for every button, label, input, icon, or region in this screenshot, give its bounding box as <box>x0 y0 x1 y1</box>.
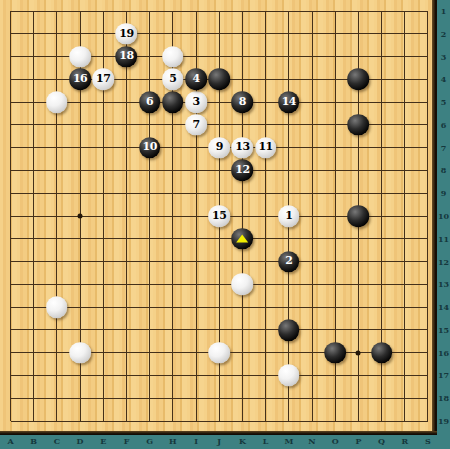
star-point <box>356 350 361 355</box>
move-number: 17 <box>96 74 110 85</box>
stone-white-move-5[interactable]: 5 <box>162 69 184 91</box>
stone-black-move-18[interactable]: 18 <box>116 46 138 68</box>
row-label: 2 <box>437 28 450 40</box>
row-label: 5 <box>437 96 450 108</box>
row-label: 17 <box>437 369 450 381</box>
stone-black-move-12[interactable]: 12 <box>232 160 254 182</box>
grid-line-horizontal <box>11 238 428 239</box>
grid-line-horizontal <box>11 421 428 422</box>
column-label: B <box>26 434 42 449</box>
column-label: K <box>234 434 250 449</box>
row-label: 13 <box>437 278 450 290</box>
move-number: 13 <box>235 142 249 153</box>
stone-white-move-9[interactable]: 9 <box>208 137 230 159</box>
stone-white-setup[interactable] <box>278 365 300 387</box>
column-label: S <box>420 434 436 449</box>
column-label: H <box>165 434 181 449</box>
column-label: R <box>397 434 413 449</box>
row-label: 6 <box>437 119 450 131</box>
column-label: D <box>72 434 88 449</box>
move-number: 10 <box>143 142 157 153</box>
stone-black-move-8[interactable]: 8 <box>232 91 254 113</box>
move-number: 16 <box>73 74 87 85</box>
stone-black-move-2[interactable]: 2 <box>278 251 300 273</box>
move-number: 6 <box>146 96 153 107</box>
grid-line-vertical <box>312 11 313 421</box>
move-number: 15 <box>212 210 226 221</box>
stone-black-move-16[interactable]: 16 <box>69 69 91 91</box>
triangle-marker-icon <box>236 234 248 242</box>
grid-line-vertical <box>427 11 428 421</box>
row-label: 12 <box>437 256 450 268</box>
row-label: 8 <box>437 164 450 176</box>
grid-line-horizontal <box>11 398 428 399</box>
column-label: E <box>95 434 111 449</box>
stone-white-setup[interactable] <box>208 342 230 364</box>
move-number: 3 <box>192 96 199 107</box>
row-label: 3 <box>437 51 450 63</box>
move-number: 18 <box>119 51 133 62</box>
grid-line-horizontal <box>11 329 428 330</box>
row-label: 1 <box>437 5 450 17</box>
column-label: I <box>188 434 204 449</box>
column-label: C <box>49 434 65 449</box>
move-number: 9 <box>216 142 223 153</box>
stone-white-move-13[interactable]: 13 <box>232 137 254 159</box>
move-number: 11 <box>258 142 272 153</box>
stone-white-move-11[interactable]: 11 <box>255 137 277 159</box>
stone-black-setup[interactable] <box>278 319 300 341</box>
row-label: 18 <box>437 392 450 404</box>
column-label: Q <box>374 434 390 449</box>
grid-line-horizontal <box>11 307 428 308</box>
stone-black-setup[interactable] <box>371 342 393 364</box>
grid-line-vertical <box>404 11 405 421</box>
go-diagram: 12345678910111213141516171819 ABCDEFGHIJ… <box>0 0 450 449</box>
stone-black-setup[interactable] <box>348 69 370 91</box>
grid-line-horizontal <box>11 284 428 285</box>
column-label: G <box>142 434 158 449</box>
stone-white-move-19[interactable]: 19 <box>116 23 138 45</box>
stone-black-setup[interactable] <box>162 91 184 113</box>
stone-white-move-3[interactable]: 3 <box>185 91 207 113</box>
row-label: 9 <box>437 187 450 199</box>
grid-line-vertical <box>265 11 266 421</box>
move-number: 14 <box>282 96 296 107</box>
move-number: 2 <box>285 256 292 267</box>
stone-white-move-1[interactable]: 1 <box>278 205 300 227</box>
stone-black-move-4[interactable]: 4 <box>185 69 207 91</box>
row-label: 7 <box>437 142 450 154</box>
move-number: 7 <box>192 119 199 130</box>
stone-black-marked[interactable] <box>232 228 254 250</box>
stone-black-setup[interactable] <box>208 69 230 91</box>
row-label: 19 <box>437 415 450 427</box>
stone-black-move-10[interactable]: 10 <box>139 137 161 159</box>
column-label: O <box>327 434 343 449</box>
column-label: A <box>3 434 19 449</box>
row-label: 4 <box>437 73 450 85</box>
column-label: J <box>211 434 227 449</box>
column-label: P <box>350 434 366 449</box>
stone-white-move-7[interactable]: 7 <box>185 114 207 136</box>
move-number: 4 <box>192 74 199 85</box>
star-point <box>78 214 83 219</box>
row-label: 10 <box>437 210 450 222</box>
move-number: 1 <box>285 210 292 221</box>
grid-line-vertical <box>242 11 243 421</box>
stone-black-move-6[interactable]: 6 <box>139 91 161 113</box>
move-number: 12 <box>235 165 249 176</box>
column-label: L <box>258 434 274 449</box>
column-label: M <box>281 434 297 449</box>
stone-white-setup[interactable] <box>162 46 184 68</box>
stone-white-setup[interactable] <box>69 46 91 68</box>
row-label: 16 <box>437 347 450 359</box>
stone-black-setup[interactable] <box>348 205 370 227</box>
move-number: 19 <box>119 28 133 39</box>
stone-white-setup[interactable] <box>232 274 254 296</box>
row-label: 14 <box>437 301 450 313</box>
stone-white-setup[interactable] <box>46 296 68 318</box>
row-label: 15 <box>437 324 450 336</box>
stone-black-move-14[interactable]: 14 <box>278 91 300 113</box>
stone-white-move-17[interactable]: 17 <box>92 69 114 91</box>
stone-black-setup[interactable] <box>324 342 346 364</box>
stone-white-setup[interactable] <box>69 342 91 364</box>
stone-white-move-15[interactable]: 15 <box>208 205 230 227</box>
stone-white-setup[interactable] <box>46 91 68 113</box>
column-label: F <box>118 434 134 449</box>
grid-line-horizontal <box>11 261 428 262</box>
move-number: 5 <box>169 74 176 85</box>
column-label: N <box>304 434 320 449</box>
stone-black-setup[interactable] <box>348 114 370 136</box>
row-label: 11 <box>437 233 450 245</box>
move-number: 8 <box>239 96 246 107</box>
grid-line-horizontal <box>11 375 428 376</box>
go-board[interactable]: 12345678910111213141516171819 <box>0 0 432 431</box>
